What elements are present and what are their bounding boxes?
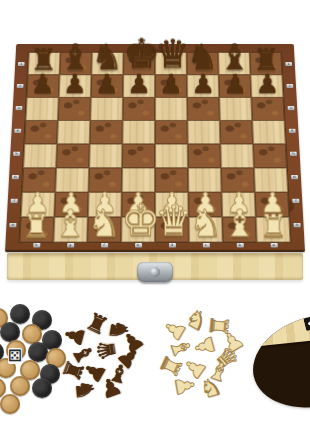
square-c3 bbox=[187, 97, 220, 120]
coord-plaque: f bbox=[101, 243, 108, 248]
coord-plaque: d bbox=[168, 243, 175, 248]
coord-plaque: 7 bbox=[292, 199, 299, 203]
square-d6 bbox=[155, 168, 188, 192]
coord-plaque: 2 bbox=[17, 84, 24, 88]
light-pawn: ♟ bbox=[54, 189, 88, 217]
coord-plaque: 1 bbox=[285, 62, 292, 66]
dark-pawn: ♟ bbox=[251, 71, 283, 97]
dark-pawn: ♟ bbox=[59, 71, 91, 97]
light-pawn: ♟ bbox=[155, 189, 189, 217]
light-pawn: ♟ bbox=[21, 189, 55, 217]
square-c6 bbox=[188, 168, 222, 192]
square-f7: ♟ bbox=[88, 192, 122, 217]
square-c2: ♟ bbox=[187, 75, 219, 98]
thumbnail-open-box[interactable]: ♟♟♞♝ bbox=[243, 301, 310, 421]
square-d5 bbox=[155, 144, 188, 168]
board-grid: ♜♝♞♚♛♞♝♜♟♟♟♟♟♟♟♟♟♟♟♟♟♟♟♟♜♝♞♚♛♞♝♜ bbox=[19, 52, 290, 242]
board-scene: ♜♝♞♚♛♞♝♜♟♟♟♟♟♟♟♟♟♟♟♟♟♟♟♟♜♝♞♚♛♞♝♜ 1234567… bbox=[0, 0, 310, 292]
coord-plaque: 5 bbox=[290, 152, 297, 156]
light-pawn: ♟ bbox=[121, 189, 155, 217]
dark-bishop: ♝ bbox=[60, 39, 92, 75]
square-a7: ♟ bbox=[255, 192, 289, 217]
square-c5 bbox=[188, 144, 221, 168]
coord-plaque: c bbox=[202, 243, 209, 248]
square-h7: ♟ bbox=[21, 192, 55, 217]
light-pawn: ♟ bbox=[88, 189, 122, 217]
dark-bishop: ♝ bbox=[219, 39, 251, 75]
dark-checker-disc bbox=[32, 378, 52, 398]
square-e2: ♟ bbox=[123, 75, 155, 98]
coord-plaque: 3 bbox=[288, 106, 295, 110]
square-b8: ♝ bbox=[222, 217, 257, 242]
square-e8: ♚ bbox=[121, 217, 155, 242]
light-rook: ♜ bbox=[257, 210, 291, 242]
square-c7: ♟ bbox=[188, 192, 222, 217]
square-e5 bbox=[122, 144, 155, 168]
square-g1: ♝ bbox=[60, 52, 92, 74]
square-b1: ♝ bbox=[218, 52, 250, 74]
square-e7: ♟ bbox=[121, 192, 155, 217]
square-f8: ♞ bbox=[87, 217, 121, 242]
square-e6 bbox=[122, 168, 155, 192]
square-f1: ♞ bbox=[91, 52, 123, 74]
dark-pawn: ♟ bbox=[155, 71, 187, 97]
coord-plaque: b bbox=[236, 243, 243, 248]
square-c1: ♞ bbox=[187, 52, 219, 74]
dark-rook: ♜ bbox=[28, 45, 60, 75]
box-front-edge bbox=[7, 253, 303, 280]
square-g2: ♟ bbox=[59, 75, 92, 98]
box-edge bbox=[243, 301, 310, 349]
coord-plaque: e bbox=[135, 243, 142, 248]
pile-pawn: ♟ bbox=[171, 373, 198, 398]
square-h3 bbox=[25, 97, 58, 120]
coord-plaque: 1 bbox=[18, 62, 25, 66]
square-g6 bbox=[55, 168, 89, 192]
square-h2: ♟ bbox=[27, 75, 60, 98]
coord-plaque: 8 bbox=[294, 223, 301, 227]
light-checker-disc bbox=[0, 394, 20, 414]
light-pawn: ♟ bbox=[222, 189, 256, 217]
dark-queen: ♛ bbox=[155, 35, 187, 74]
square-g8: ♝ bbox=[53, 217, 88, 242]
square-d3 bbox=[155, 97, 187, 120]
square-c4 bbox=[187, 120, 220, 143]
dark-checker-disc bbox=[28, 342, 48, 362]
square-b6 bbox=[221, 168, 255, 192]
coord-plaque: h bbox=[33, 243, 40, 248]
square-c8: ♞ bbox=[189, 217, 223, 242]
dark-pawn: ♟ bbox=[187, 71, 219, 97]
square-f4 bbox=[90, 120, 123, 143]
coord-plaque: 6 bbox=[291, 175, 298, 179]
dark-checker-disc bbox=[0, 322, 20, 342]
light-pawn: ♟ bbox=[189, 189, 223, 217]
coord-plaque: g bbox=[67, 243, 74, 248]
square-g7: ♟ bbox=[54, 192, 88, 217]
square-d7: ♟ bbox=[155, 192, 189, 217]
square-h1: ♜ bbox=[28, 52, 61, 74]
light-rook: ♜ bbox=[19, 210, 53, 242]
square-h6 bbox=[22, 168, 56, 192]
coord-plaque: 8 bbox=[9, 223, 16, 227]
square-a4 bbox=[252, 120, 286, 143]
dark-pawn: ♟ bbox=[219, 71, 251, 97]
square-b5 bbox=[220, 144, 254, 168]
square-b4 bbox=[220, 120, 253, 143]
dark-knight: ♞ bbox=[91, 39, 123, 75]
square-h5 bbox=[23, 144, 57, 168]
square-g5 bbox=[56, 144, 90, 168]
metal-clasp-icon bbox=[137, 262, 173, 282]
coord-plaque: 4 bbox=[14, 129, 21, 133]
dice-icon: ⚄ bbox=[8, 348, 22, 364]
square-a8: ♜ bbox=[256, 217, 291, 242]
dark-pawn: ♟ bbox=[91, 71, 123, 97]
dark-king: ♚ bbox=[123, 34, 155, 75]
square-a5 bbox=[253, 144, 287, 168]
dark-knight: ♞ bbox=[187, 39, 219, 75]
square-d1: ♛ bbox=[155, 52, 187, 74]
square-d2: ♟ bbox=[155, 75, 187, 98]
square-e3 bbox=[123, 97, 155, 120]
coord-plaque: 3 bbox=[16, 106, 23, 110]
light-pawn: ♟ bbox=[256, 189, 290, 217]
thumbnail-light-pieces[interactable]: ♟♞♜♟♝♟♛♜♟♝♟♞ bbox=[156, 308, 248, 414]
square-b3 bbox=[219, 97, 252, 120]
square-a1: ♜ bbox=[250, 52, 283, 74]
square-a3 bbox=[251, 97, 284, 120]
square-d4 bbox=[155, 120, 188, 143]
light-checker-disc bbox=[22, 324, 42, 344]
square-d8: ♛ bbox=[155, 217, 189, 242]
square-f5 bbox=[89, 144, 122, 168]
board-frame: ♜♝♞♚♛♞♝♜♟♟♟♟♟♟♟♟♟♟♟♟♟♟♟♟♜♝♞♚♛♞♝♜ 1234567… bbox=[5, 44, 305, 252]
square-a2: ♟ bbox=[250, 75, 283, 98]
thumbnail-strip: ⚄ ♟♜♞♟♝♛♟♜♟♝♞♟ ♟♞♜♟♝♟♛♜♟♝♟♞ ♟♟♞♝ bbox=[0, 292, 310, 430]
thumbnail-dark-pieces[interactable]: ♟♜♞♟♝♛♟♜♟♝♞♟ bbox=[60, 310, 146, 412]
coord-plaque: 5 bbox=[13, 152, 20, 156]
square-f2: ♟ bbox=[91, 75, 123, 98]
square-h4 bbox=[24, 120, 58, 143]
chess-board: ♜♝♞♚♛♞♝♜♟♟♟♟♟♟♟♟♟♟♟♟♟♟♟♟♜♝♞♚♛♞♝♜ 1234567… bbox=[5, 44, 305, 252]
coord-plaque: a bbox=[270, 243, 277, 248]
dark-checker-disc bbox=[10, 304, 30, 324]
square-h8: ♜ bbox=[19, 217, 54, 242]
coord-plaque: 6 bbox=[12, 175, 19, 179]
coord-plaque: 7 bbox=[11, 199, 18, 203]
square-f3 bbox=[90, 97, 123, 120]
dark-pawn: ♟ bbox=[123, 71, 155, 97]
light-checker-disc bbox=[10, 376, 30, 396]
square-b7: ♟ bbox=[222, 192, 256, 217]
square-g4 bbox=[57, 120, 90, 143]
square-b2: ♟ bbox=[219, 75, 252, 98]
product-photo-main[interactable]: ♜♝♞♚♛♞♝♜♟♟♟♟♟♟♟♟♟♟♟♟♟♟♟♟♜♝♞♚♛♞♝♜ 1234567… bbox=[0, 0, 310, 292]
dark-pawn: ♟ bbox=[27, 71, 59, 97]
coord-plaque: 4 bbox=[289, 129, 296, 133]
square-a6 bbox=[254, 168, 288, 192]
file-labels-bottom: hgfedcba bbox=[19, 243, 291, 248]
dark-rook: ♜ bbox=[250, 45, 282, 75]
square-g3 bbox=[58, 97, 91, 120]
coord-plaque: 2 bbox=[286, 84, 293, 88]
square-e1: ♚ bbox=[123, 52, 155, 74]
pile-knight: ♞ bbox=[72, 378, 98, 402]
square-e4 bbox=[122, 120, 155, 143]
square-f6 bbox=[88, 168, 122, 192]
